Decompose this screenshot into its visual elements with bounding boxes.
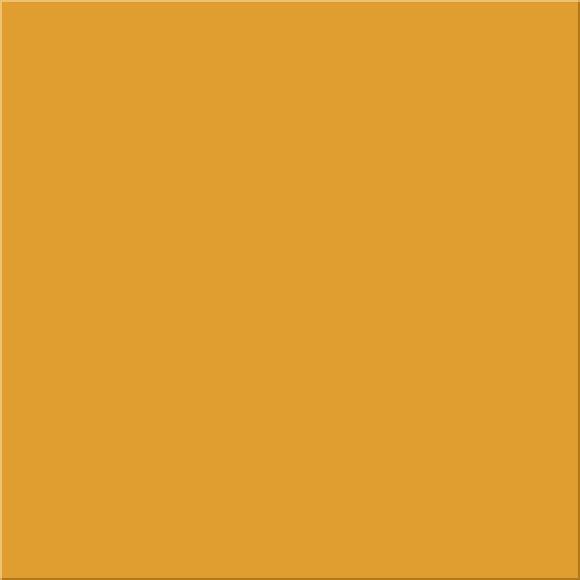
go-board xyxy=(0,0,580,580)
board-grid xyxy=(24,24,556,556)
